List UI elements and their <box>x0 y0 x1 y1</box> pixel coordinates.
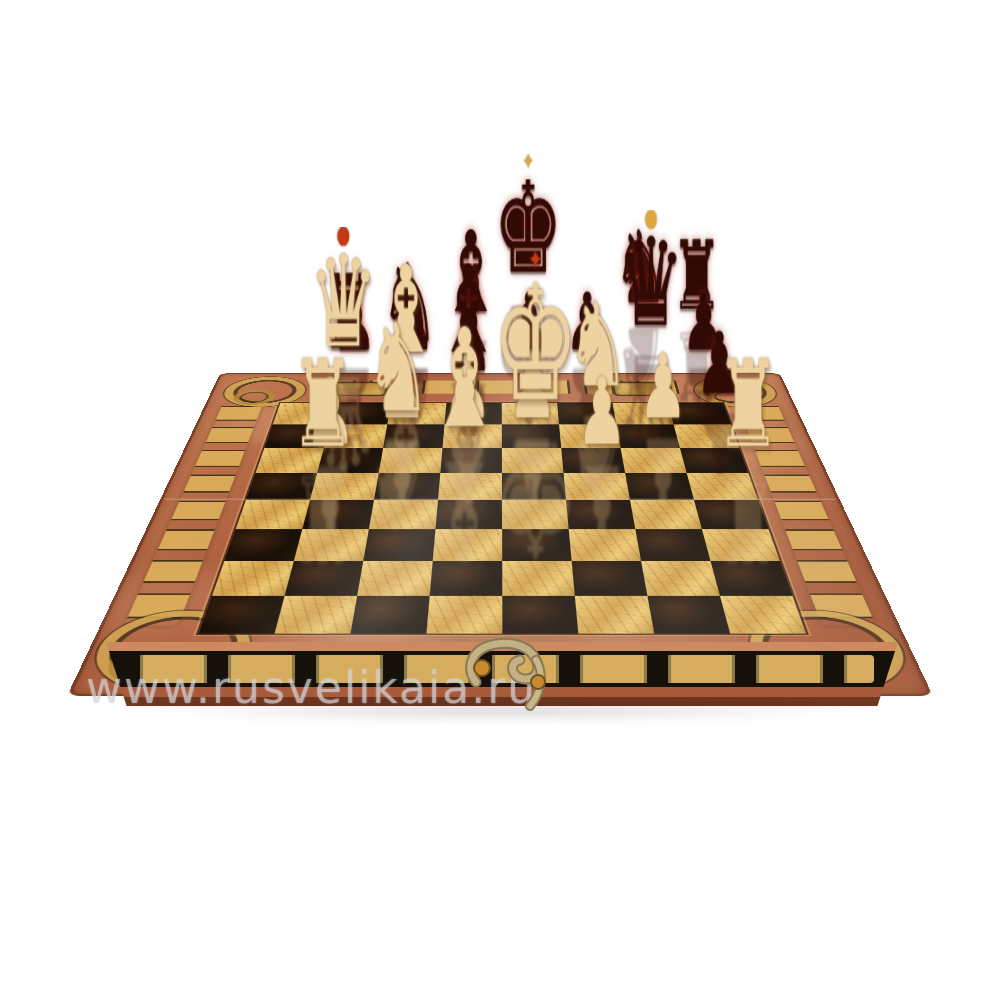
rook-glyph: ♜ <box>715 344 781 464</box>
square-b1[interactable] <box>275 596 358 634</box>
knight-glyph: ♞ <box>365 308 432 429</box>
square-f1[interactable] <box>575 596 654 634</box>
piece-reflection: ♟ <box>576 452 627 544</box>
piece-white-knight-c3[interactable]: ♞♞ <box>364 528 433 544</box>
photo-scene: ✦♚♚♞♞♜♜♟♟♟♟♝♝♟♟♟♟♟♟♜♜♞♞♟♟●♛♛♝♝♟♟●♛♛♝♝♟♟♟… <box>0 0 1000 1000</box>
box-front-edge <box>106 642 898 706</box>
square-e1[interactable] <box>502 596 578 634</box>
table-shadow <box>140 700 860 722</box>
piece-reflection: ♟ <box>639 425 688 514</box>
piece-white-king-e2[interactable]: ✦♚♚ <box>500 560 571 577</box>
piece-white-pawn-g4[interactable]: ♟♟ <box>628 499 696 513</box>
piece-reflection: ♜ <box>290 457 356 577</box>
square-f2[interactable] <box>572 561 648 596</box>
piece-reflection: ♞ <box>365 423 432 544</box>
piece-reflection: ♜ <box>715 457 781 577</box>
square-d1[interactable] <box>426 596 502 634</box>
square-g2[interactable] <box>641 561 720 596</box>
square-c2[interactable] <box>357 561 433 596</box>
front-edge-amber-plaques <box>130 655 874 683</box>
piece-white-rook-b2[interactable]: ♜♜ <box>287 560 361 577</box>
rook-glyph: ♜ <box>290 344 356 464</box>
king-glyph: ♚ <box>492 265 580 424</box>
piece-white-bishop-d2[interactable]: ♝♝ <box>429 560 500 577</box>
square-a2[interactable] <box>212 561 294 596</box>
piece-reflection: ♚ <box>492 417 580 576</box>
square-g3[interactable] <box>635 529 710 561</box>
piece-white-rook-h2[interactable]: ♜♜ <box>708 560 783 577</box>
square-g1[interactable] <box>647 596 730 634</box>
square-c1[interactable] <box>351 596 430 634</box>
